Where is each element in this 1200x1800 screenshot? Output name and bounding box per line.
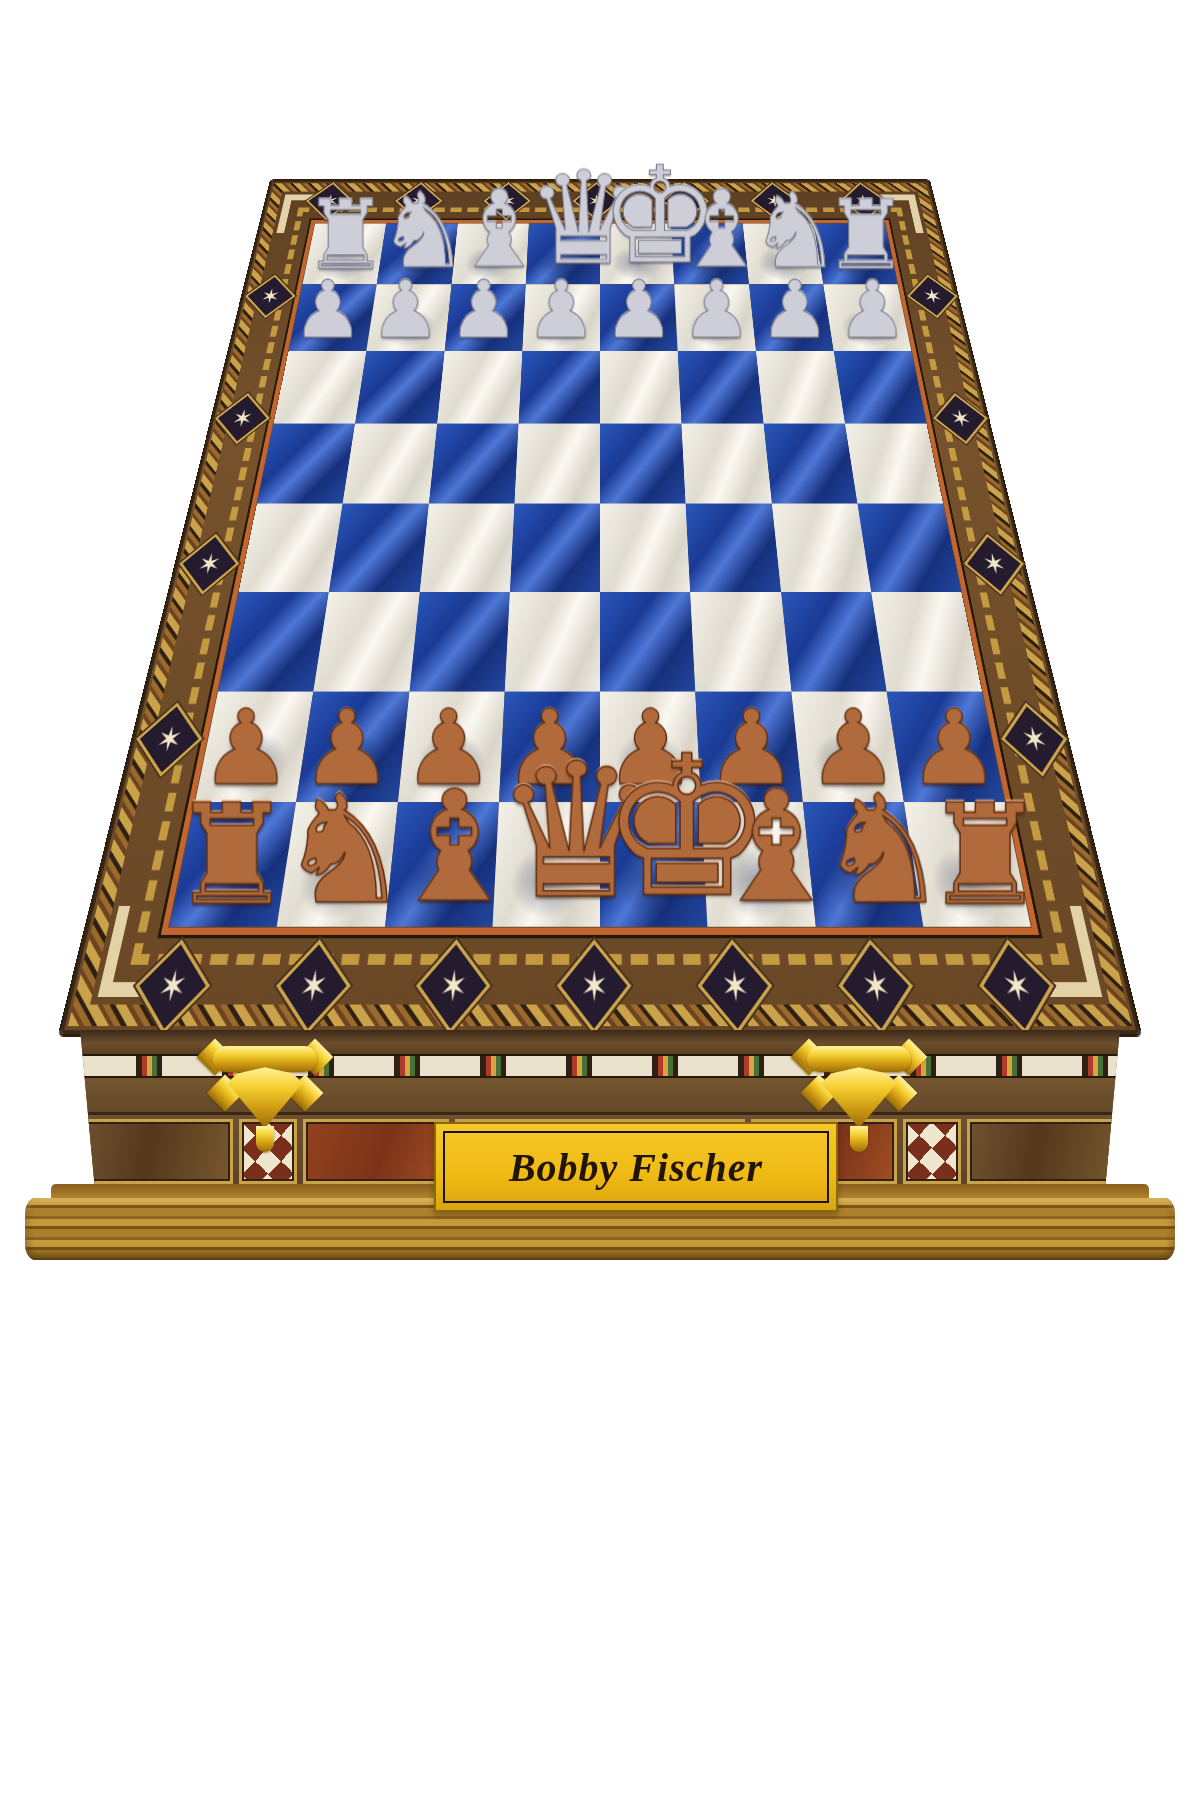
square-b7: ♟ (367, 284, 452, 350)
square-a6 (274, 351, 367, 424)
gold-clasp-left-icon (200, 1036, 330, 1158)
square-e6 (600, 351, 682, 424)
copper-rook: ♜ (170, 786, 278, 925)
board-row-rank-1: ♜♞♝♛♚♝♞♜ (169, 802, 1030, 927)
copper-rook: ♜ (923, 786, 1031, 925)
square-f5 (682, 423, 772, 503)
square-h7: ♟ (823, 284, 911, 350)
star-glyph: ✶ (921, 286, 944, 305)
silver-pawn: ♟ (678, 270, 756, 350)
silver-pawn: ♟ (600, 270, 678, 350)
copper-queen: ♛ (492, 738, 600, 924)
name-plaque: Bobby Fischer (434, 1122, 838, 1212)
name-plaque-text: Bobby Fischer (509, 1144, 763, 1191)
square-c7: ♟ (444, 284, 525, 350)
square-a5 (257, 423, 355, 503)
square-d1: ♛ (492, 802, 600, 927)
square-b1: ♞ (277, 802, 398, 927)
name-plaque-border: Bobby Fischer (443, 1131, 829, 1203)
square-b3 (314, 592, 420, 691)
square-g5 (763, 423, 857, 503)
square-c3 (409, 592, 510, 691)
square-b6 (355, 351, 444, 424)
square-d5 (514, 423, 600, 503)
square-d4 (510, 504, 600, 593)
square-f6 (678, 351, 763, 424)
square-e3 (600, 592, 695, 691)
square-c5 (429, 423, 519, 503)
square-f1: ♝ (701, 802, 815, 927)
square-a4 (239, 504, 343, 593)
square-c1: ♝ (385, 802, 499, 927)
chess-board: ♜♞♝♛♚♝♞♜♟♟♟♟♟♟♟♟♟♟♟♟♟♟♟♟♜♞♝♛♚♝♞♜ ✶✶✶✶✶✶✶… (60, 180, 1140, 1034)
square-g1: ♞ (802, 802, 923, 927)
square-h1: ♜ (904, 802, 1031, 927)
star-glyph: ✶ (259, 286, 282, 305)
silver-pawn: ♟ (756, 270, 834, 350)
square-b5 (343, 423, 437, 503)
square-e1: ♚ (600, 802, 708, 927)
silver-pawn: ♟ (522, 270, 600, 350)
star-glyph: ✶ (1018, 722, 1050, 755)
square-g6 (756, 351, 845, 424)
square-a3 (218, 592, 329, 691)
square-f7: ♟ (674, 284, 755, 350)
square-b4 (329, 504, 429, 593)
copper-bishop: ♝ (385, 770, 493, 924)
board-perspective-wrap: ♜♞♝♛♚♝♞♜♟♟♟♟♟♟♟♟♟♟♟♟♟♟♟♟♜♞♝♛♚♝♞♜ ✶✶✶✶✶✶✶… (60, 0, 1140, 1034)
wood-panel (967, 1119, 1121, 1184)
board-row-rank-3 (218, 592, 982, 691)
square-h6 (833, 351, 926, 424)
square-f3 (690, 592, 791, 691)
square-h5 (845, 423, 943, 503)
copper-bishop: ♝ (708, 770, 816, 924)
square-c4 (419, 504, 514, 593)
silver-pawn: ♟ (833, 270, 911, 350)
square-d6 (518, 351, 600, 424)
silver-pawn: ♟ (289, 270, 367, 350)
square-g7: ♟ (749, 284, 834, 350)
square-f4 (686, 504, 781, 593)
board-row-rank-7: ♟♟♟♟♟♟♟♟ (289, 284, 912, 350)
square-e5 (600, 423, 686, 503)
copper-knight: ♞ (277, 774, 385, 924)
square-h4 (857, 504, 961, 593)
silver-pawn: ♟ (444, 270, 522, 350)
board-rows: ♜♞♝♛♚♝♞♜♟♟♟♟♟♟♟♟♟♟♟♟♟♟♟♟♜♞♝♛♚♝♞♜ (169, 224, 1030, 927)
square-c6 (437, 351, 522, 424)
board-row-rank-5 (257, 423, 943, 503)
square-e7: ♟ (600, 284, 678, 350)
square-a7: ♟ (289, 284, 377, 350)
star-glyph: ✶ (153, 722, 185, 755)
board-row-rank-4 (239, 504, 962, 593)
square-d3 (505, 592, 600, 691)
star-glyph: ✶ (948, 407, 974, 430)
square-g4 (771, 504, 871, 593)
copper-king: ♚ (600, 731, 708, 925)
board-row-rank-6 (274, 351, 927, 424)
star-glyph: ✶ (229, 407, 255, 430)
copper-knight: ♞ (815, 774, 923, 924)
silver-pawn: ♟ (367, 270, 445, 350)
square-d7: ♟ (522, 284, 600, 350)
square-g3 (781, 592, 887, 691)
square-e4 (600, 504, 690, 593)
chess-set-photo: ♜♞♝♛♚♝♞♜♟♟♟♟♟♟♟♟♟♟♟♟♟♟♟♟♜♞♝♛♚♝♞♜ ✶✶✶✶✶✶✶… (0, 0, 1200, 1800)
